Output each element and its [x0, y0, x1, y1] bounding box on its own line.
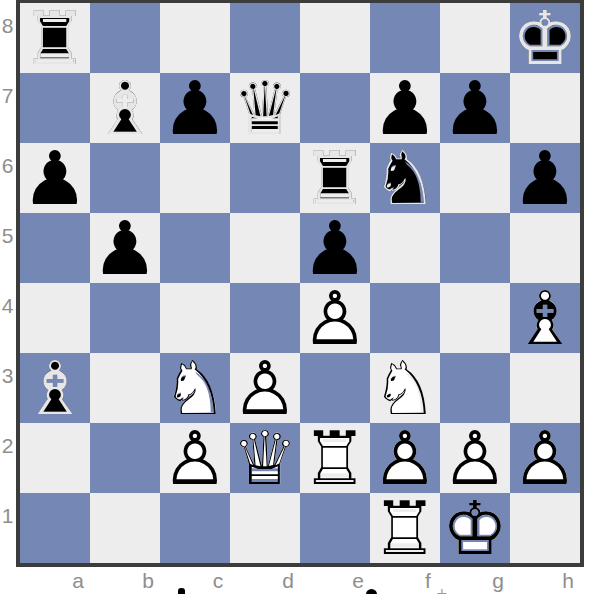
piece-black-bishop[interactable]: ♝♗ [90, 73, 160, 143]
piece-black-pawn[interactable]: ♟ [300, 213, 370, 283]
square-g3[interactable] [440, 353, 510, 423]
square-g1[interactable]: ♚♔ [440, 493, 510, 563]
piece-black-king[interactable]: ♚♔ [510, 3, 580, 73]
square-c7[interactable]: ♟ [160, 73, 230, 143]
square-d5[interactable] [230, 213, 300, 283]
square-e1[interactable] [300, 493, 370, 563]
rank-label-2: 2 [0, 433, 15, 459]
square-g7[interactable]: ♟ [440, 73, 510, 143]
square-h5[interactable] [510, 213, 580, 283]
square-a1[interactable] [20, 493, 90, 563]
square-h8[interactable]: ♚♔ [510, 3, 580, 73]
square-e3[interactable] [300, 353, 370, 423]
piece-white-king[interactable]: ♚♔ [440, 493, 510, 563]
rank-label-6: 6 [0, 153, 15, 179]
piece-white-bishop[interactable]: ♝♗ [510, 283, 580, 353]
square-c6[interactable] [160, 143, 230, 213]
cropped-text-artifact [366, 589, 377, 594]
piece-white-pawn[interactable]: ♟♙ [160, 423, 230, 493]
square-a5[interactable] [20, 213, 90, 283]
piece-black-pawn[interactable]: ♟ [370, 73, 440, 143]
piece-white-pawn[interactable]: ♟♙ [300, 283, 370, 353]
square-b4[interactable] [90, 283, 160, 353]
square-h1[interactable] [510, 493, 580, 563]
piece-black-pawn[interactable]: ♟ [160, 73, 230, 143]
rank-label-3: 3 [0, 363, 15, 389]
square-d8[interactable] [230, 3, 300, 73]
square-f2[interactable]: ♟♙ [370, 423, 440, 493]
rank-label-8: 8 [0, 13, 15, 39]
square-f3[interactable]: ♞♘ [370, 353, 440, 423]
piece-white-pawn[interactable]: ♟♙ [370, 423, 440, 493]
rank-label-7: 7 [0, 83, 15, 109]
chess-board-screenshot: ♜♖♚♔♝♗♟♛♕♟♟♟♜♖♞♘♟♟♟♟♙♝♗♝♗♞♘♟♙♞♘♟♙♛♕♜♖♟♙♟… [0, 0, 600, 594]
square-f5[interactable] [370, 213, 440, 283]
square-c2[interactable]: ♟♙ [160, 423, 230, 493]
square-d2[interactable]: ♛♕ [230, 423, 300, 493]
square-c5[interactable] [160, 213, 230, 283]
cropped-text-artifact [178, 588, 185, 594]
piece-black-rook[interactable]: ♜♖ [20, 3, 90, 73]
piece-white-queen[interactable]: ♛♕ [230, 423, 300, 493]
square-f8[interactable] [370, 3, 440, 73]
square-b1[interactable] [90, 493, 160, 563]
square-b3[interactable] [90, 353, 160, 423]
square-e4[interactable]: ♟♙ [300, 283, 370, 353]
square-e8[interactable] [300, 3, 370, 73]
square-f1[interactable]: ♜♖ [370, 493, 440, 563]
piece-black-bishop[interactable]: ♝♗ [20, 353, 90, 423]
square-a3[interactable]: ♝♗ [20, 353, 90, 423]
square-c3[interactable]: ♞♘ [160, 353, 230, 423]
square-b7[interactable]: ♝♗ [90, 73, 160, 143]
square-h3[interactable] [510, 353, 580, 423]
piece-white-knight[interactable]: ♞♘ [370, 353, 440, 423]
rank-label-1: 1 [0, 503, 15, 529]
square-h6[interactable]: ♟ [510, 143, 580, 213]
square-g2[interactable]: ♟♙ [440, 423, 510, 493]
square-a7[interactable] [20, 73, 90, 143]
file-label-g: g [486, 568, 510, 594]
chess-board: ♜♖♚♔♝♗♟♛♕♟♟♟♜♖♞♘♟♟♟♟♙♝♗♝♗♞♘♟♙♞♘♟♙♛♕♜♖♟♙♟… [20, 3, 580, 563]
square-d7[interactable]: ♛♕ [230, 73, 300, 143]
piece-white-knight[interactable]: ♞♘ [160, 353, 230, 423]
file-label-b: b [136, 568, 160, 594]
square-a4[interactable] [20, 283, 90, 353]
square-f6[interactable]: ♞♘ [370, 143, 440, 213]
square-d1[interactable] [230, 493, 300, 563]
square-g6[interactable] [440, 143, 510, 213]
piece-black-rook[interactable]: ♜♖ [300, 143, 370, 213]
rank-label-5: 5 [0, 223, 15, 249]
square-e6[interactable]: ♜♖ [300, 143, 370, 213]
square-a2[interactable] [20, 423, 90, 493]
square-f7[interactable]: ♟ [370, 73, 440, 143]
piece-black-pawn[interactable]: ♟ [90, 213, 160, 283]
piece-black-pawn[interactable]: ♟ [440, 73, 510, 143]
piece-white-rook[interactable]: ♜♖ [370, 493, 440, 563]
file-label-a: a [66, 568, 90, 594]
piece-black-pawn[interactable]: ♟ [20, 143, 90, 213]
piece-white-pawn[interactable]: ♟♙ [510, 423, 580, 493]
piece-white-rook[interactable]: ♜♖ [300, 423, 370, 493]
square-g5[interactable] [440, 213, 510, 283]
square-d6[interactable] [230, 143, 300, 213]
square-g8[interactable] [440, 3, 510, 73]
square-h2[interactable]: ♟♙ [510, 423, 580, 493]
square-b6[interactable] [90, 143, 160, 213]
piece-black-knight[interactable]: ♞♘ [370, 143, 440, 213]
rank-label-4: 4 [0, 293, 15, 319]
square-g4[interactable] [440, 283, 510, 353]
square-d3[interactable]: ♟♙ [230, 353, 300, 423]
square-f4[interactable] [370, 283, 440, 353]
square-c4[interactable] [160, 283, 230, 353]
file-label-h: h [556, 568, 580, 594]
piece-white-pawn[interactable]: ♟♙ [230, 353, 300, 423]
square-b5[interactable]: ♟ [90, 213, 160, 283]
square-b8[interactable] [90, 3, 160, 73]
square-c1[interactable] [160, 493, 230, 563]
square-d4[interactable] [230, 283, 300, 353]
piece-white-pawn[interactable]: ♟♙ [440, 423, 510, 493]
cropped-text-artifact: + [436, 586, 448, 594]
square-e5[interactable]: ♟ [300, 213, 370, 283]
square-e2[interactable]: ♜♖ [300, 423, 370, 493]
square-b2[interactable] [90, 423, 160, 493]
square-h4[interactable]: ♝♗ [510, 283, 580, 353]
square-c8[interactable] [160, 3, 230, 73]
square-h7[interactable] [510, 73, 580, 143]
square-a8[interactable]: ♜♖ [20, 3, 90, 73]
chess-board-frame: ♜♖♚♔♝♗♟♛♕♟♟♟♜♖♞♘♟♟♟♟♙♝♗♝♗♞♘♟♙♞♘♟♙♛♕♜♖♟♙♟… [16, 0, 584, 567]
piece-black-queen[interactable]: ♛♕ [230, 73, 300, 143]
square-a6[interactable]: ♟ [20, 143, 90, 213]
file-label-d: d [276, 568, 300, 594]
file-label-c: c [206, 568, 230, 594]
piece-black-pawn[interactable]: ♟ [510, 143, 580, 213]
square-e7[interactable] [300, 73, 370, 143]
